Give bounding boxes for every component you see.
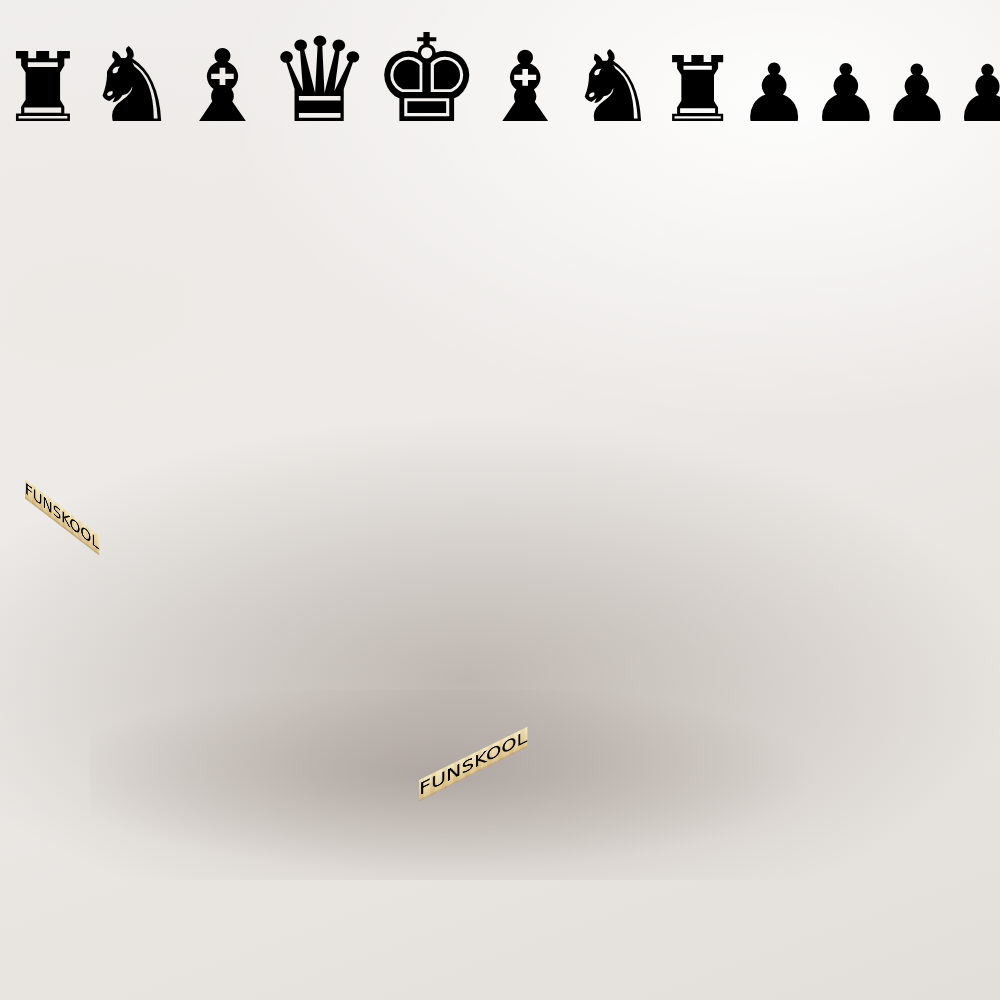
piece-black-rook: ♜ — [657, 37, 738, 142]
piece-black-bishop: ♝ — [481, 30, 568, 144]
piece-black-pawn: ♟ — [738, 47, 810, 140]
frame-rail-left-face: FUNSKOOL — [25, 479, 99, 555]
piece-black-knight: ♞ — [86, 26, 178, 145]
board-soft-shadow — [0, 400, 1000, 880]
piece-black-pawn: ♟ — [952, 48, 1000, 139]
piece-black-king: ♚ — [372, 8, 481, 150]
brand-badge-right: FUNSKOOL — [419, 727, 527, 800]
piece-black-knight: ♞ — [569, 30, 657, 144]
piece-black-pawn: ♟ — [881, 48, 952, 140]
brand-badge-right-label: FUNSKOOL — [419, 727, 527, 800]
board-contact-shadow — [90, 690, 850, 880]
piece-black-bishop: ♝ — [178, 28, 268, 145]
piece-black-pawn: ♟ — [810, 47, 881, 140]
brand-badge-left: FUNSKOOL — [25, 479, 99, 554]
chess-set-product-photo: FUNSKOOL FUNSKOOL ♜♞♝♛♚♝♞♜♟♟♟♟♟♟♟♟♟♟♟♟♟♟… — [0, 0, 1000, 1000]
piece-black-queen: ♛ — [267, 12, 372, 149]
piece-black-rook: ♜ — [0, 32, 86, 144]
brand-badge-left-label: FUNSKOOL — [25, 479, 99, 554]
frame-rail-right-face: FUNSKOOL — [419, 727, 527, 802]
pieces-layer: ♜♞♝♛♚♝♞♜♟♟♟♟♟♟♟♟♟♟♟♟♟♟♟♟♜♞♝♛♚♝♞♜ — [0, 0, 1000, 152]
